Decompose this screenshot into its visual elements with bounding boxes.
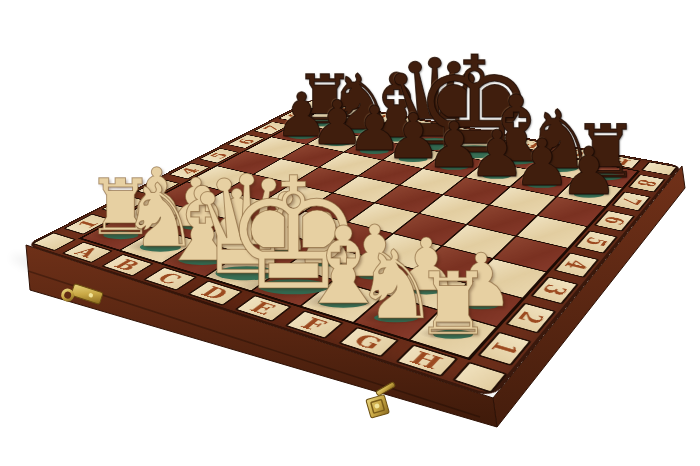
piece-black-pawn-h7[interactable]: ♟ [559, 139, 618, 205]
product-photo-stage: AABBCCDDEEFFGGHH1122334455667788 ♜♞♝♛♚♝♞… [0, 0, 700, 466]
pieces-layer: ♜♞♝♛♚♝♞♜♟♟♟♟♟♟♟♟♟♟♟♟♟♟♟♟♜♞♝♛♚♝♞♜ [0, 0, 700, 466]
piece-white-rook-h1[interactable]: ♜ [414, 262, 491, 348]
